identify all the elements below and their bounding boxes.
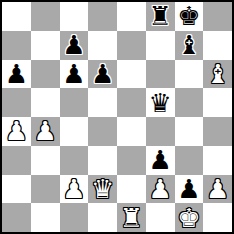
square-a6[interactable]: ♟ bbox=[2, 60, 31, 89]
square-h1[interactable] bbox=[203, 203, 232, 232]
square-d4[interactable] bbox=[88, 117, 117, 146]
piece-black-king[interactable]: ♚ bbox=[177, 3, 200, 29]
square-f3[interactable]: ♟ bbox=[146, 146, 175, 175]
square-c4[interactable] bbox=[60, 117, 89, 146]
square-a1[interactable] bbox=[2, 203, 31, 232]
square-f1[interactable] bbox=[146, 203, 175, 232]
piece-white-king[interactable]: ♚ bbox=[177, 205, 200, 231]
square-h4[interactable] bbox=[203, 117, 232, 146]
square-c7[interactable]: ♟ bbox=[60, 31, 89, 60]
square-e4[interactable] bbox=[117, 117, 146, 146]
square-h2[interactable]: ♟ bbox=[203, 175, 232, 204]
square-c1[interactable] bbox=[60, 203, 89, 232]
piece-white-pawn[interactable]: ♟ bbox=[206, 176, 229, 202]
square-h8[interactable] bbox=[203, 2, 232, 31]
square-g5[interactable] bbox=[175, 88, 204, 117]
square-a5[interactable] bbox=[2, 88, 31, 117]
piece-white-pawn[interactable]: ♟ bbox=[5, 118, 28, 144]
square-e1[interactable]: ♜ bbox=[117, 203, 146, 232]
square-a7[interactable] bbox=[2, 31, 31, 60]
piece-black-queen[interactable]: ♛ bbox=[148, 90, 171, 116]
square-g6[interactable] bbox=[175, 60, 204, 89]
square-c6[interactable]: ♟ bbox=[60, 60, 89, 89]
square-e6[interactable] bbox=[117, 60, 146, 89]
square-f7[interactable] bbox=[146, 31, 175, 60]
piece-black-pawn[interactable]: ♟ bbox=[91, 61, 114, 87]
square-f2[interactable]: ♟ bbox=[146, 175, 175, 204]
square-f5[interactable]: ♛ bbox=[146, 88, 175, 117]
square-b1[interactable] bbox=[31, 203, 60, 232]
square-d8[interactable] bbox=[88, 2, 117, 31]
square-h7[interactable] bbox=[203, 31, 232, 60]
square-g8[interactable]: ♚ bbox=[175, 2, 204, 31]
square-b4[interactable]: ♟ bbox=[31, 117, 60, 146]
square-e3[interactable] bbox=[117, 146, 146, 175]
piece-black-bishop[interactable]: ♝ bbox=[177, 32, 200, 58]
square-b3[interactable] bbox=[31, 146, 60, 175]
square-f4[interactable] bbox=[146, 117, 175, 146]
square-e5[interactable] bbox=[117, 88, 146, 117]
square-f6[interactable] bbox=[146, 60, 175, 89]
square-d7[interactable] bbox=[88, 31, 117, 60]
piece-black-rook[interactable]: ♜ bbox=[148, 3, 171, 29]
piece-white-rook[interactable]: ♜ bbox=[120, 205, 143, 231]
square-a4[interactable]: ♟ bbox=[2, 117, 31, 146]
square-c8[interactable] bbox=[60, 2, 89, 31]
square-b6[interactable] bbox=[31, 60, 60, 89]
square-c2[interactable]: ♟ bbox=[60, 175, 89, 204]
square-f8[interactable]: ♜ bbox=[146, 2, 175, 31]
square-d1[interactable] bbox=[88, 203, 117, 232]
square-d5[interactable] bbox=[88, 88, 117, 117]
square-e8[interactable] bbox=[117, 2, 146, 31]
piece-white-pawn[interactable]: ♟ bbox=[62, 176, 85, 202]
square-a3[interactable] bbox=[2, 146, 31, 175]
square-g4[interactable] bbox=[175, 117, 204, 146]
square-e2[interactable] bbox=[117, 175, 146, 204]
square-h3[interactable] bbox=[203, 146, 232, 175]
square-g3[interactable] bbox=[175, 146, 204, 175]
piece-white-pawn[interactable]: ♟ bbox=[33, 118, 56, 144]
square-a2[interactable] bbox=[2, 175, 31, 204]
piece-black-pawn[interactable]: ♟ bbox=[62, 32, 85, 58]
piece-black-pawn[interactable]: ♟ bbox=[148, 147, 171, 173]
piece-white-pawn[interactable]: ♟ bbox=[148, 176, 171, 202]
piece-white-queen[interactable]: ♛ bbox=[91, 176, 114, 202]
square-h5[interactable] bbox=[203, 88, 232, 117]
piece-black-pawn[interactable]: ♟ bbox=[5, 61, 28, 87]
square-g7[interactable]: ♝ bbox=[175, 31, 204, 60]
square-g1[interactable]: ♚ bbox=[175, 203, 204, 232]
square-e7[interactable] bbox=[117, 31, 146, 60]
chess-board-frame: ♜♚♟♝♟♟♟♝♛♟♟♟♟♛♟♟♟♜♚ bbox=[0, 0, 234, 234]
square-b8[interactable] bbox=[31, 2, 60, 31]
square-c3[interactable] bbox=[60, 146, 89, 175]
square-h6[interactable]: ♝ bbox=[203, 60, 232, 89]
square-g2[interactable]: ♟ bbox=[175, 175, 204, 204]
square-d2[interactable]: ♛ bbox=[88, 175, 117, 204]
square-b2[interactable] bbox=[31, 175, 60, 204]
square-a8[interactable] bbox=[2, 2, 31, 31]
square-d6[interactable]: ♟ bbox=[88, 60, 117, 89]
piece-white-bishop[interactable]: ♝ bbox=[206, 61, 229, 87]
piece-black-pawn[interactable]: ♟ bbox=[62, 61, 85, 87]
square-b5[interactable] bbox=[31, 88, 60, 117]
square-c5[interactable] bbox=[60, 88, 89, 117]
chess-board: ♜♚♟♝♟♟♟♝♛♟♟♟♟♛♟♟♟♜♚ bbox=[2, 2, 232, 232]
square-d3[interactable] bbox=[88, 146, 117, 175]
square-b7[interactable] bbox=[31, 31, 60, 60]
piece-black-pawn[interactable]: ♟ bbox=[177, 176, 200, 202]
